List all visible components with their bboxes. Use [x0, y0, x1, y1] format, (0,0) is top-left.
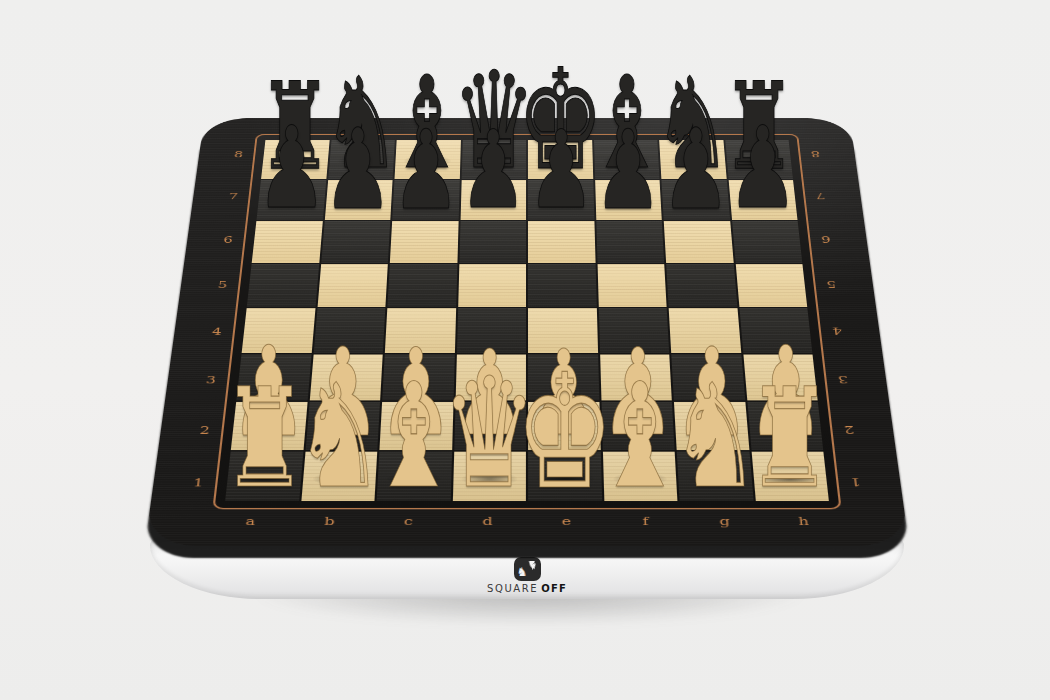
square-g2[interactable]	[674, 402, 749, 450]
rank-label-right-8: 8	[802, 134, 830, 175]
square-h3[interactable]	[743, 354, 818, 400]
square-b1[interactable]	[301, 451, 377, 501]
double-knight-monogram-icon: ♞ ♞	[514, 558, 539, 580]
square-f7[interactable]	[595, 180, 662, 220]
file-label-bottom-g: g	[685, 512, 765, 530]
square-a3[interactable]	[236, 354, 311, 400]
square-b3[interactable]	[309, 354, 382, 400]
square-d5[interactable]	[458, 264, 526, 307]
square-a7[interactable]	[256, 180, 325, 220]
square-d4[interactable]	[456, 308, 526, 353]
rank-label-right-2: 2	[834, 405, 865, 456]
rank-label-left-5: 5	[208, 262, 237, 308]
square-e1[interactable]	[528, 451, 602, 501]
file-label-bottom-a: a	[210, 512, 291, 530]
rank-label-left-4: 4	[202, 308, 232, 356]
board-bezel: 87654321 87654321 abcdefgh	[145, 118, 909, 545]
file-label-bottom-e: e	[527, 512, 606, 530]
square-e4[interactable]	[528, 308, 598, 353]
brand-name: SQUAREOFF	[487, 583, 567, 594]
squareoff-logo: ♞ ♞ SQUAREOFF	[487, 558, 567, 594]
rank-label-left-8: 8	[225, 134, 253, 175]
square-h4[interactable]	[739, 308, 812, 353]
square-f1[interactable]	[602, 451, 677, 501]
square-f4[interactable]	[598, 308, 669, 353]
square-d2[interactable]	[454, 402, 526, 450]
square-h6[interactable]	[732, 221, 803, 263]
square-d7[interactable]	[460, 180, 526, 220]
file-label-bottom-f: f	[606, 512, 686, 530]
square-a8[interactable]	[261, 140, 329, 179]
rank-label-right-6: 6	[812, 218, 841, 262]
square-d6[interactable]	[459, 221, 526, 263]
square-a2[interactable]	[231, 402, 307, 450]
square-a1[interactable]	[225, 451, 303, 501]
square-f3[interactable]	[600, 354, 672, 400]
square-d1[interactable]	[452, 451, 526, 501]
square-b8[interactable]	[328, 140, 395, 179]
rank-label-left-3: 3	[195, 355, 226, 404]
square-e7[interactable]	[528, 180, 594, 220]
square-a6[interactable]	[252, 221, 323, 263]
brand-word-square: SQUARE	[487, 583, 538, 594]
square-g7[interactable]	[661, 180, 729, 220]
square-c6[interactable]	[390, 221, 458, 263]
square-b5[interactable]	[317, 264, 388, 307]
rank-label-left-7: 7	[219, 175, 247, 218]
rank-label-left-1: 1	[182, 456, 214, 509]
square-h2[interactable]	[747, 402, 823, 450]
file-label-bottom-h: h	[763, 512, 844, 530]
knight-glyph-icon: ♞	[516, 566, 527, 578]
rank-label-right-7: 7	[807, 175, 835, 218]
file-label-bottom-b: b	[289, 512, 369, 530]
square-h8[interactable]	[725, 140, 793, 179]
square-f6[interactable]	[596, 221, 664, 263]
square-f8[interactable]	[594, 140, 660, 179]
square-e3[interactable]	[528, 354, 599, 400]
square-g4[interactable]	[669, 308, 741, 353]
square-d3[interactable]	[455, 354, 526, 400]
brand-word-off: OFF	[541, 583, 567, 594]
square-b6[interactable]	[321, 221, 390, 263]
file-label-bottom-d: d	[448, 512, 527, 530]
rank-label-left-6: 6	[214, 218, 243, 262]
rank-label-right-1: 1	[840, 456, 872, 509]
square-e2[interactable]	[528, 402, 600, 450]
rank-label-right-4: 4	[822, 308, 852, 356]
square-h5[interactable]	[735, 264, 807, 307]
square-c8[interactable]	[395, 140, 461, 179]
square-g6[interactable]	[664, 221, 733, 263]
knight-glyph-icon-rotated: ♞	[527, 559, 538, 571]
square-c7[interactable]	[392, 180, 459, 220]
square-c1[interactable]	[377, 451, 452, 501]
square-b7[interactable]	[324, 180, 392, 220]
squareoff-chessboard-product-scene: ♞ ♞ SQUAREOFF 87654321 87654321 abcdefgh…	[0, 0, 1050, 700]
rank-label-right-5: 5	[817, 262, 846, 308]
square-c5[interactable]	[387, 264, 457, 307]
square-g5[interactable]	[666, 264, 737, 307]
file-labels-bottom: abcdefgh	[210, 512, 844, 530]
square-h7[interactable]	[728, 180, 797, 220]
square-f5[interactable]	[597, 264, 667, 307]
square-c4[interactable]	[385, 308, 456, 353]
square-h1[interactable]	[751, 451, 829, 501]
square-e8[interactable]	[528, 140, 593, 179]
rank-label-right-3: 3	[828, 355, 859, 404]
file-label-bottom-c: c	[368, 512, 448, 530]
square-d8[interactable]	[461, 140, 526, 179]
square-g1[interactable]	[677, 451, 753, 501]
square-c3[interactable]	[382, 354, 454, 400]
square-a4[interactable]	[242, 308, 315, 353]
square-e5[interactable]	[528, 264, 596, 307]
square-c2[interactable]	[379, 402, 453, 450]
square-g8[interactable]	[659, 140, 726, 179]
square-b4[interactable]	[313, 308, 385, 353]
rank-label-left-2: 2	[189, 405, 220, 456]
square-a5[interactable]	[247, 264, 319, 307]
chessboard-3d: 87654321 87654321 abcdefgh	[145, 118, 909, 545]
square-f2[interactable]	[601, 402, 675, 450]
square-b2[interactable]	[305, 402, 380, 450]
square-g3[interactable]	[671, 354, 744, 400]
chess-grid	[212, 134, 841, 510]
square-e6[interactable]	[528, 221, 595, 263]
